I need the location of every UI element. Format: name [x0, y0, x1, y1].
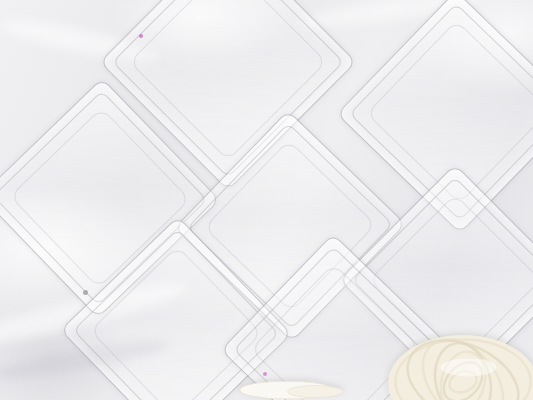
stray-speck: [263, 372, 267, 376]
white-rose: [388, 326, 533, 400]
stray-speck: [83, 290, 88, 295]
white-rose: [238, 378, 368, 400]
photo-scene: [0, 0, 533, 400]
stray-speck: [139, 34, 143, 38]
